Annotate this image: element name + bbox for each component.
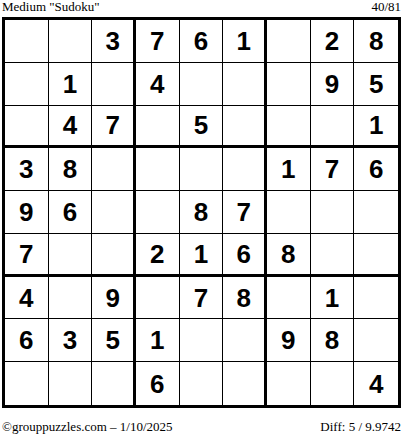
cell-r6c8[interactable] xyxy=(311,234,355,277)
cell-r8c2: 3 xyxy=(49,319,93,362)
cell-r4c1: 3 xyxy=(5,148,49,191)
cell-r3c5: 5 xyxy=(180,106,224,149)
cell-r8c1: 6 xyxy=(5,319,49,362)
page-footer: ©grouppuzzles.com – 1/10/2025 Diff: 5 / … xyxy=(2,419,401,434)
cell-r4c2: 8 xyxy=(49,148,93,191)
cell-r3c4[interactable] xyxy=(136,106,180,149)
cell-r2c4: 4 xyxy=(136,63,180,106)
cell-r7c9[interactable] xyxy=(354,277,398,320)
cell-r4c3[interactable] xyxy=(92,148,136,191)
cell-r7c7[interactable] xyxy=(267,277,311,320)
cell-r5c1: 9 xyxy=(5,191,49,234)
cell-r9c9: 4 xyxy=(354,362,398,405)
cell-r5c4[interactable] xyxy=(136,191,180,234)
cell-r8c3: 5 xyxy=(92,319,136,362)
page-header: Medium "Sudoku" 40/81 xyxy=(2,0,401,15)
cell-r3c8[interactable] xyxy=(311,106,355,149)
cell-r2c2: 1 xyxy=(49,63,93,106)
cell-r1c2[interactable] xyxy=(49,20,93,63)
cell-r3c9: 1 xyxy=(354,106,398,149)
cell-r2c3[interactable] xyxy=(92,63,136,106)
cell-r9c4: 6 xyxy=(136,362,180,405)
cell-r4c6[interactable] xyxy=(223,148,267,191)
cell-r3c7[interactable] xyxy=(267,106,311,149)
cell-r3c2: 4 xyxy=(49,106,93,149)
cell-r9c6[interactable] xyxy=(223,362,267,405)
cell-r8c7: 9 xyxy=(267,319,311,362)
cell-r9c3[interactable] xyxy=(92,362,136,405)
cell-r2c5[interactable] xyxy=(180,63,224,106)
cell-r8c5[interactable] xyxy=(180,319,224,362)
cell-r5c8[interactable] xyxy=(311,191,355,234)
difficulty-rating: Diff: 5 / 9.9742 xyxy=(320,420,401,434)
cell-r7c4[interactable] xyxy=(136,277,180,320)
cell-r3c6[interactable] xyxy=(223,106,267,149)
cell-r4c9: 6 xyxy=(354,148,398,191)
cell-r1c4: 7 xyxy=(136,20,180,63)
cell-r8c8: 8 xyxy=(311,319,355,362)
cell-r1c6: 1 xyxy=(223,20,267,63)
cell-r3c1[interactable] xyxy=(5,106,49,149)
cell-r9c7[interactable] xyxy=(267,362,311,405)
cell-r4c7: 1 xyxy=(267,148,311,191)
cell-r7c1: 4 xyxy=(5,277,49,320)
cell-r1c5: 6 xyxy=(180,20,224,63)
sudoku-board: 3761281495475138176968772168497816351986… xyxy=(2,17,401,408)
cell-r9c2[interactable] xyxy=(49,362,93,405)
cell-r8c6[interactable] xyxy=(223,319,267,362)
cell-r9c1[interactable] xyxy=(5,362,49,405)
cell-r7c2[interactable] xyxy=(49,277,93,320)
cell-r6c7: 8 xyxy=(267,234,311,277)
cell-r6c9[interactable] xyxy=(354,234,398,277)
cell-r1c3: 3 xyxy=(92,20,136,63)
cell-r2c6[interactable] xyxy=(223,63,267,106)
cell-r6c5: 1 xyxy=(180,234,224,277)
givens-count: 40/81 xyxy=(371,0,401,14)
cell-r5c2: 6 xyxy=(49,191,93,234)
cell-r6c4: 2 xyxy=(136,234,180,277)
cell-r6c3[interactable] xyxy=(92,234,136,277)
cell-r9c8[interactable] xyxy=(311,362,355,405)
cell-r7c3: 9 xyxy=(92,277,136,320)
cell-r2c1[interactable] xyxy=(5,63,49,106)
cell-r5c7[interactable] xyxy=(267,191,311,234)
cell-r7c6: 8 xyxy=(223,277,267,320)
cell-r4c4[interactable] xyxy=(136,148,180,191)
cell-r2c9: 5 xyxy=(354,63,398,106)
cell-r5c5: 8 xyxy=(180,191,224,234)
cell-r5c3[interactable] xyxy=(92,191,136,234)
cell-r3c3: 7 xyxy=(92,106,136,149)
cell-r6c6: 6 xyxy=(223,234,267,277)
cell-r8c9[interactable] xyxy=(354,319,398,362)
cell-r7c5: 7 xyxy=(180,277,224,320)
cell-r6c1: 7 xyxy=(5,234,49,277)
cell-r1c7[interactable] xyxy=(267,20,311,63)
cell-r8c4: 1 xyxy=(136,319,180,362)
puzzle-page: Medium "Sudoku" 40/81 376128149547513817… xyxy=(0,0,403,437)
cell-r1c9: 8 xyxy=(354,20,398,63)
cell-r2c8: 9 xyxy=(311,63,355,106)
cell-r1c1[interactable] xyxy=(5,20,49,63)
cell-r2c7[interactable] xyxy=(267,63,311,106)
copyright-line: ©grouppuzzles.com – 1/10/2025 xyxy=(2,420,173,434)
cell-r5c6: 7 xyxy=(223,191,267,234)
cell-r1c8: 2 xyxy=(311,20,355,63)
cell-r6c2[interactable] xyxy=(49,234,93,277)
puzzle-title: Medium "Sudoku" xyxy=(2,0,100,14)
cell-r5c9[interactable] xyxy=(354,191,398,234)
cell-r7c8: 1 xyxy=(311,277,355,320)
cell-r4c8: 7 xyxy=(311,148,355,191)
cell-r4c5[interactable] xyxy=(180,148,224,191)
cell-r9c5[interactable] xyxy=(180,362,224,405)
